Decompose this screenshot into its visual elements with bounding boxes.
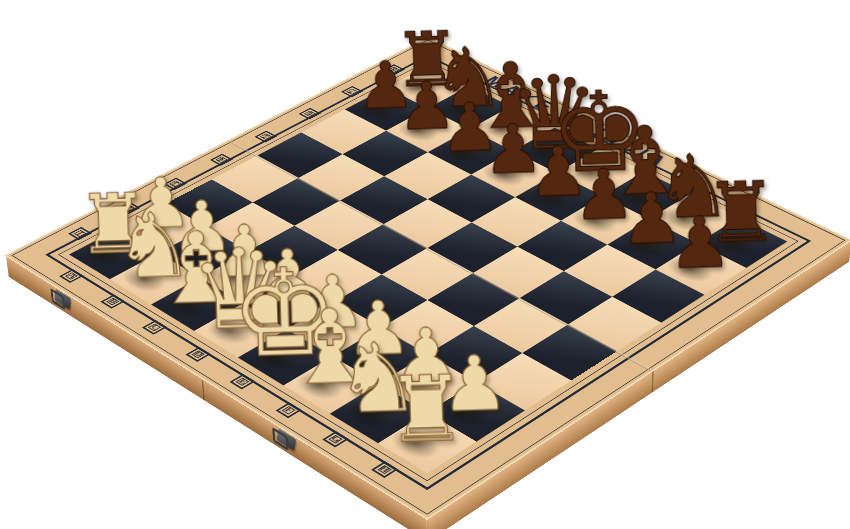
piece-black-pawn[interactable]: ♟ <box>623 205 777 280</box>
square-H1[interactable]: ♜ <box>378 412 477 473</box>
rank-label-H: H <box>371 461 398 478</box>
file-label-4: 4 <box>210 154 233 166</box>
chess-board: MAKE IN INDIA ABCDEFGH 87654321 ♜♞♝♛♚♝♞♜… <box>4 37 850 520</box>
perspective-wrapper: MAKE IN INDIA ABCDEFGH 87654321 ♜♞♝♛♚♝♞♜… <box>0 0 850 529</box>
front-latch-left <box>50 285 75 315</box>
file-label-5: 5 <box>254 130 277 142</box>
board-grid: ♜♞♝♛♚♝♞♜♟♟♟♟♟♟♟♟♟♟♟♟♟♟♟♟♜♞♝♛♚♝♞♜ <box>69 66 787 473</box>
box-half-seam <box>201 377 204 401</box>
piece-white-rook[interactable]: ♜ <box>342 362 510 457</box>
product-photo-scene: MAKE IN INDIA ABCDEFGH 87654321 ♜♞♝♛♚♝♞♜… <box>0 0 850 529</box>
box-half-seam <box>652 369 654 393</box>
camera-roll-wrapper: MAKE IN INDIA ABCDEFGH 87654321 ♜♞♝♛♚♝♞♜… <box>0 0 850 529</box>
